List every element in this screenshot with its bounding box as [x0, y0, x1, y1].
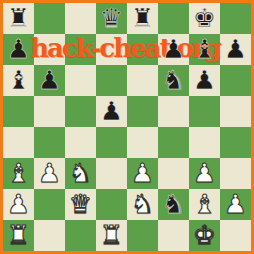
square-f4[interactable] — [158, 127, 189, 158]
square-e4[interactable] — [127, 127, 158, 158]
black-bishop-icon[interactable]: ♝ — [7, 65, 30, 96]
white-pawn-icon[interactable]: ♟ — [131, 158, 154, 189]
square-h6[interactable] — [220, 65, 251, 96]
square-a7[interactable]: ♟ — [3, 34, 34, 65]
square-a5[interactable] — [3, 96, 34, 127]
white-pawn-icon[interactable]: ♟ — [224, 189, 247, 220]
square-h8[interactable] — [220, 3, 251, 34]
square-a6[interactable]: ♝ — [3, 65, 34, 96]
black-pawn-icon[interactable]: ♟ — [7, 34, 30, 65]
square-h1[interactable] — [220, 220, 251, 251]
black-pawn-icon[interactable]: ♟ — [38, 65, 61, 96]
black-pawn-icon[interactable]: ♟ — [162, 34, 185, 65]
square-g8[interactable]: ♚ — [189, 3, 220, 34]
square-d1[interactable]: ♜ — [96, 220, 127, 251]
square-g1[interactable]: ♚ — [189, 220, 220, 251]
square-g6[interactable]: ♟ — [189, 65, 220, 96]
square-a1[interactable]: ♜ — [3, 220, 34, 251]
square-b2[interactable] — [34, 189, 65, 220]
white-king-icon[interactable]: ♚ — [193, 220, 216, 251]
square-b1[interactable] — [34, 220, 65, 251]
white-rook-icon[interactable]: ♜ — [100, 220, 123, 251]
white-rook-icon[interactable]: ♜ — [7, 220, 30, 251]
black-pawn-icon[interactable]: ♟ — [100, 96, 123, 127]
square-a4[interactable] — [3, 127, 34, 158]
black-knight-icon[interactable]: ♞ — [162, 65, 185, 96]
square-g2[interactable]: ♝ — [189, 189, 220, 220]
square-h3[interactable] — [220, 158, 251, 189]
square-a3[interactable]: ♝ — [3, 158, 34, 189]
black-rook-icon[interactable]: ♜ — [7, 3, 30, 34]
white-knight-icon[interactable]: ♞ — [69, 158, 92, 189]
square-d4[interactable] — [96, 127, 127, 158]
square-e7[interactable] — [127, 34, 158, 65]
square-e6[interactable] — [127, 65, 158, 96]
white-knight-icon[interactable]: ♞ — [131, 189, 154, 220]
chess-board[interactable]: ♜♛♜♚♟♟♝♟♝♟♞♟♟♝♟♞♟♟♟♛♞♞♝♟♜♜♚ — [3, 3, 251, 251]
square-d2[interactable] — [96, 189, 127, 220]
square-c4[interactable] — [65, 127, 96, 158]
square-h4[interactable] — [220, 127, 251, 158]
square-c6[interactable] — [65, 65, 96, 96]
square-f3[interactable] — [158, 158, 189, 189]
square-d6[interactable] — [96, 65, 127, 96]
square-e1[interactable] — [127, 220, 158, 251]
black-pawn-icon[interactable]: ♟ — [193, 65, 216, 96]
square-b4[interactable] — [34, 127, 65, 158]
square-b7[interactable] — [34, 34, 65, 65]
square-d3[interactable] — [96, 158, 127, 189]
square-h5[interactable] — [220, 96, 251, 127]
square-e5[interactable] — [127, 96, 158, 127]
square-f7[interactable]: ♟ — [158, 34, 189, 65]
square-f1[interactable] — [158, 220, 189, 251]
square-g4[interactable] — [189, 127, 220, 158]
square-f6[interactable]: ♞ — [158, 65, 189, 96]
square-g5[interactable] — [189, 96, 220, 127]
square-c7[interactable] — [65, 34, 96, 65]
square-g7[interactable]: ♝ — [189, 34, 220, 65]
square-c8[interactable] — [65, 3, 96, 34]
square-f5[interactable] — [158, 96, 189, 127]
white-queen-icon[interactable]: ♛ — [69, 189, 92, 220]
square-c5[interactable] — [65, 96, 96, 127]
square-h7[interactable]: ♟ — [220, 34, 251, 65]
square-e3[interactable]: ♟ — [127, 158, 158, 189]
square-c2[interactable]: ♛ — [65, 189, 96, 220]
square-a8[interactable]: ♜ — [3, 3, 34, 34]
black-pawn-icon[interactable]: ♟ — [224, 34, 247, 65]
black-king-icon[interactable]: ♚ — [193, 3, 216, 34]
white-pawn-icon[interactable]: ♟ — [193, 158, 216, 189]
white-bishop-icon[interactable]: ♝ — [193, 189, 216, 220]
square-f2[interactable]: ♞ — [158, 189, 189, 220]
square-d5[interactable]: ♟ — [96, 96, 127, 127]
square-b8[interactable] — [34, 3, 65, 34]
square-c1[interactable] — [65, 220, 96, 251]
square-h2[interactable]: ♟ — [220, 189, 251, 220]
square-g3[interactable]: ♟ — [189, 158, 220, 189]
black-bishop-icon[interactable]: ♝ — [193, 34, 216, 65]
square-b3[interactable]: ♟ — [34, 158, 65, 189]
square-f8[interactable] — [158, 3, 189, 34]
square-d8[interactable]: ♛ — [96, 3, 127, 34]
black-queen-icon[interactable]: ♛ — [100, 3, 123, 34]
black-knight-icon[interactable]: ♞ — [162, 189, 185, 220]
white-pawn-icon[interactable]: ♟ — [38, 158, 61, 189]
square-b5[interactable] — [34, 96, 65, 127]
square-c3[interactable]: ♞ — [65, 158, 96, 189]
square-b6[interactable]: ♟ — [34, 65, 65, 96]
white-pawn-icon[interactable]: ♟ — [7, 189, 30, 220]
square-d7[interactable] — [96, 34, 127, 65]
board-frame: ♜♛♜♚♟♟♝♟♝♟♞♟♟♝♟♞♟♟♟♛♞♞♝♟♜♜♚ hack-cheat.o… — [0, 0, 254, 254]
square-e8[interactable]: ♜ — [127, 3, 158, 34]
square-a2[interactable]: ♟ — [3, 189, 34, 220]
black-rook-icon[interactable]: ♜ — [131, 3, 154, 34]
white-bishop-icon[interactable]: ♝ — [7, 158, 30, 189]
square-e2[interactable]: ♞ — [127, 189, 158, 220]
